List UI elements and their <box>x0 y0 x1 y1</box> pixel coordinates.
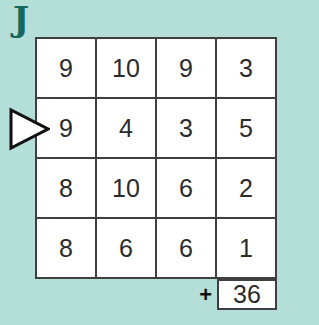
grid-cell: 9 <box>37 39 95 97</box>
grid-cell: 6 <box>157 219 215 277</box>
letter-j-label: J <box>13 2 29 36</box>
grid-cell: 6 <box>97 219 155 277</box>
grid-cell: 10 <box>97 39 155 97</box>
grid-cell: 5 <box>217 99 275 157</box>
grid-cell: 8 <box>37 219 95 277</box>
plus-operator: + <box>178 281 212 309</box>
grid-cell: 10 <box>97 159 155 217</box>
grid-cell: 2 <box>217 159 275 217</box>
grid-cell: 1 <box>217 219 275 277</box>
puzzle-stage: J 9 10 9 3 9 4 3 5 8 10 6 2 8 6 6 1 + 36 <box>0 0 319 325</box>
grid-cell: 9 <box>157 39 215 97</box>
row-pointer-icon <box>8 107 50 151</box>
grid-cell: 8 <box>37 159 95 217</box>
grid-cell: 6 <box>157 159 215 217</box>
grid-cell: 3 <box>157 99 215 157</box>
grid-cell: 3 <box>217 39 275 97</box>
grid-cell: 4 <box>97 99 155 157</box>
number-grid: 9 10 9 3 9 4 3 5 8 10 6 2 8 6 6 1 <box>35 37 277 279</box>
sum-answer-box[interactable]: 36 <box>217 279 277 310</box>
